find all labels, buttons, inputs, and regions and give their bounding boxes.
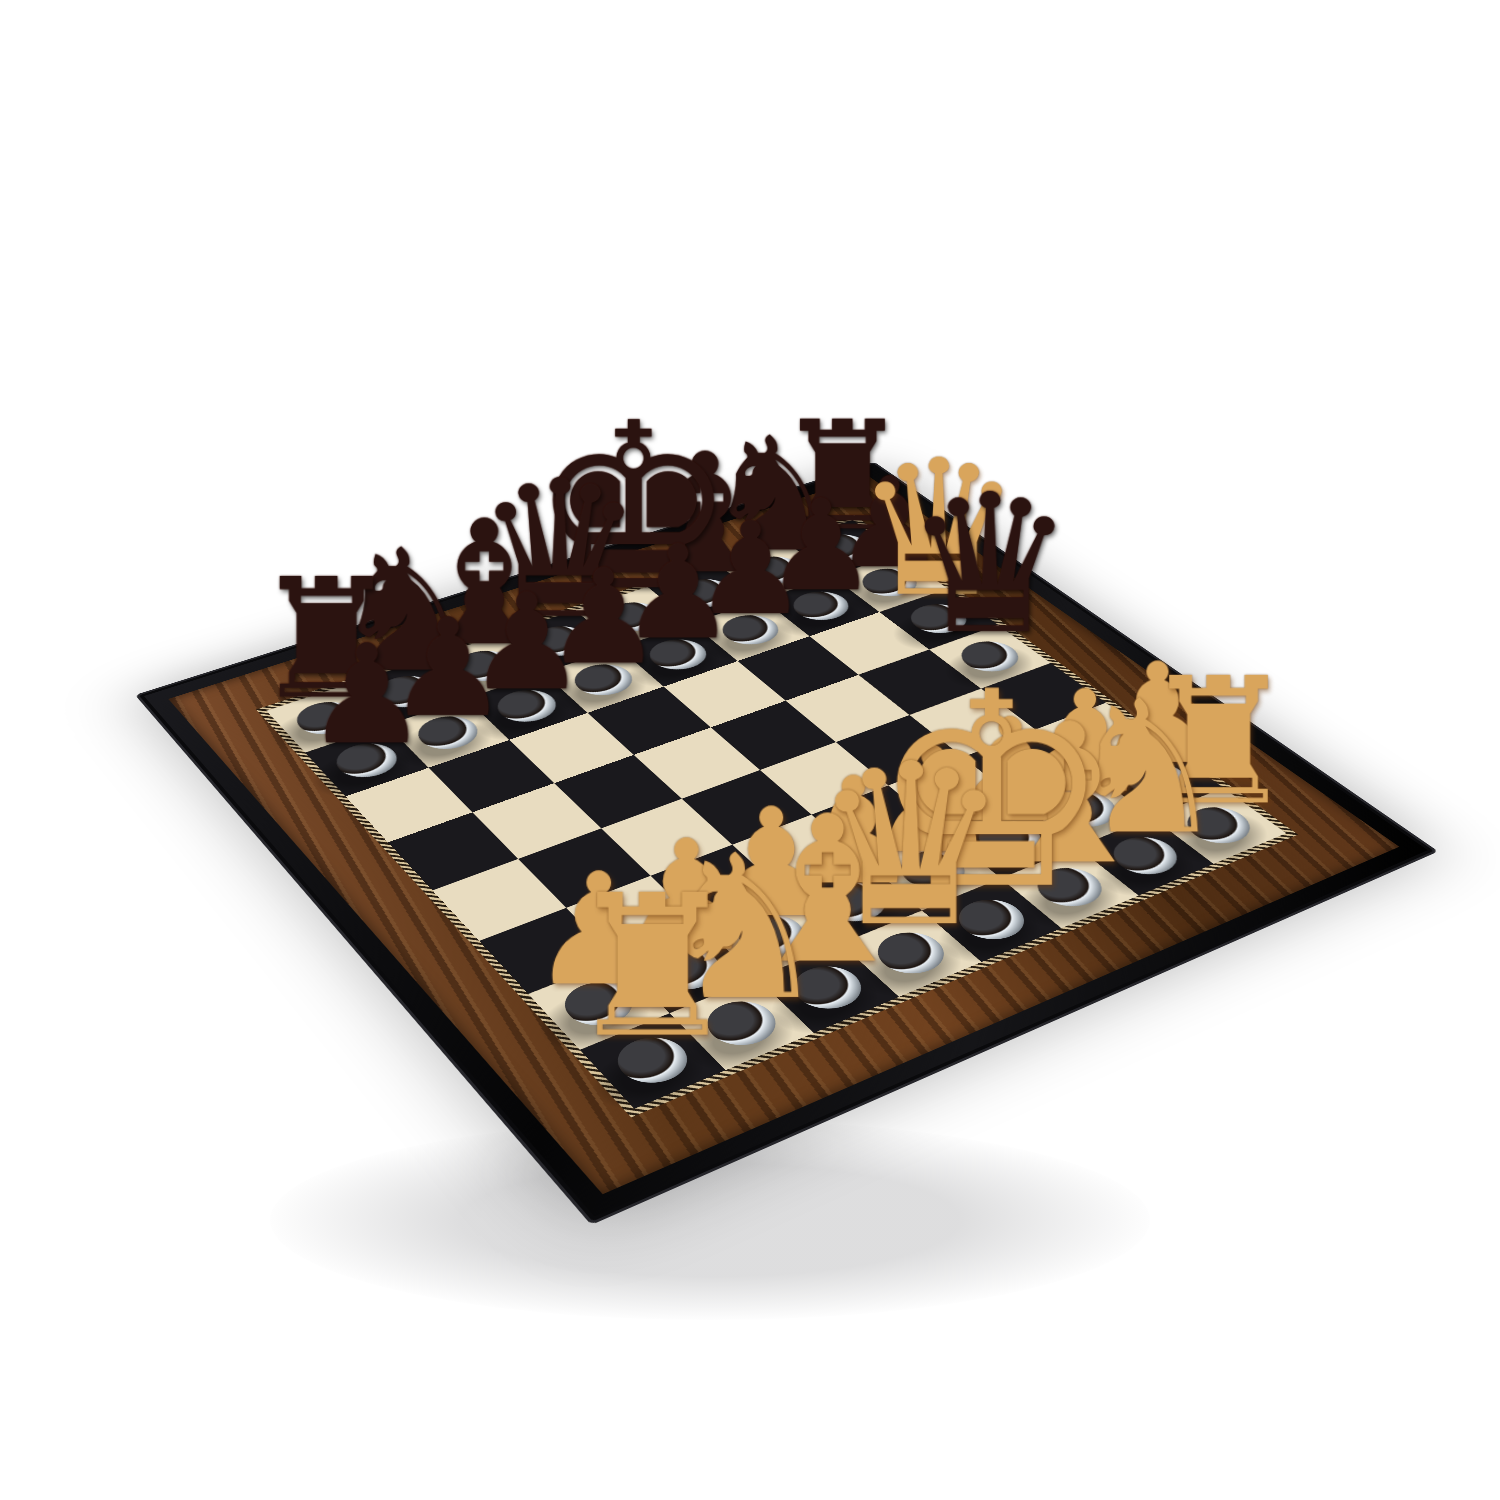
- chess-board: ♜♞♝♛♚♝♞♜♟♟♟♟♟♟♟♟♛♛♟♟♟♟♟♟♟♟♜♞♝♛♚♝♞♜: [135, 462, 1438, 1225]
- black-queen-glyph: ♛: [904, 474, 1076, 656]
- photo-scene: ♜♞♝♛♚♝♞♜♟♟♟♟♟♟♟♟♛♛♟♟♟♟♟♟♟♟♜♞♝♛♚♝♞♜: [0, 0, 1500, 1500]
- white-rook-glyph: ♜: [565, 874, 741, 1060]
- black-pawn-glyph: ♟: [305, 630, 428, 760]
- product-photo-stage: ♜♞♝♛♚♝♞♜♟♟♟♟♟♟♟♟♛♛♟♟♟♟♟♟♟♟♜♞♝♛♚♝♞♜: [0, 0, 1500, 1500]
